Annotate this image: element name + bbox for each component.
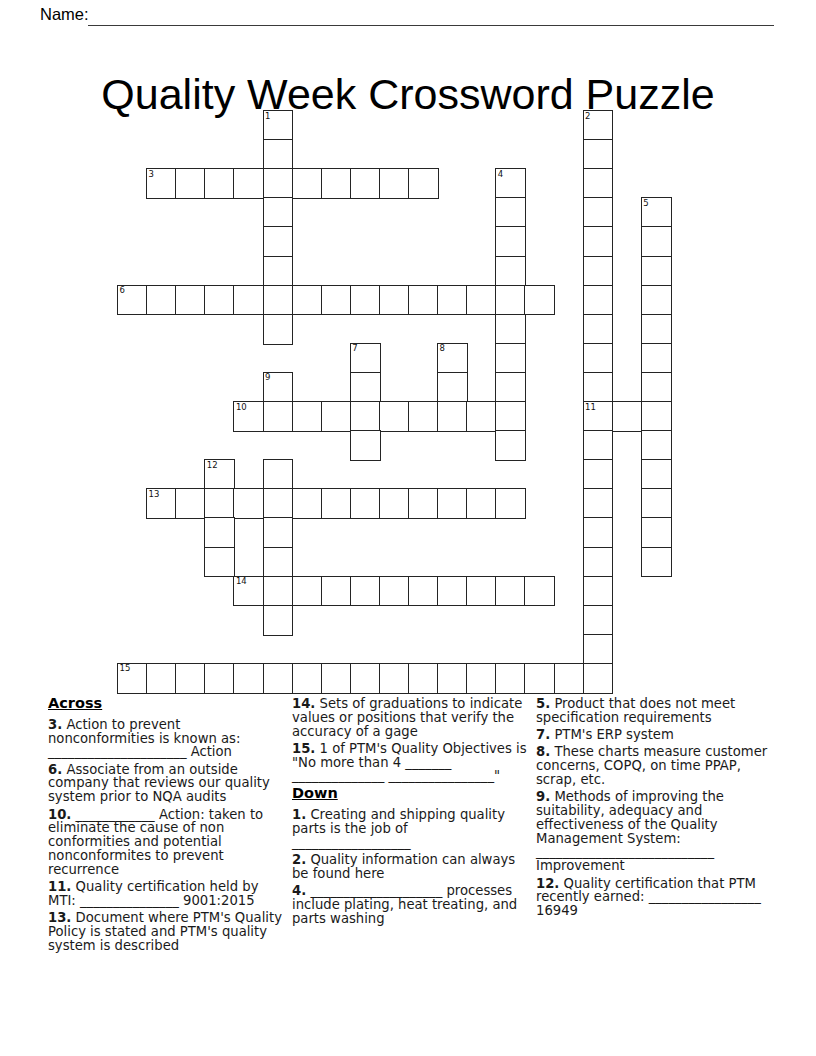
cell-r16-c12[interactable] xyxy=(466,576,497,607)
cell-r16-c5[interactable] xyxy=(263,576,294,607)
cell-r6-c1[interactable] xyxy=(146,285,177,316)
cell-r2-c9[interactable] xyxy=(379,168,410,199)
crossword-grid: 123456789101112131415 xyxy=(117,110,673,695)
clue-column-2: 14. Sets of graduations to indicate valu… xyxy=(292,697,528,956)
cell-r10-c12[interactable] xyxy=(466,401,497,432)
cell-r14-c5[interactable] xyxy=(263,517,294,548)
cell-number-8: 8 xyxy=(440,343,445,353)
cell-r6-c0[interactable]: 6 xyxy=(117,285,148,316)
cell-r13-c11[interactable] xyxy=(437,488,468,519)
cell-r11-c8[interactable] xyxy=(350,430,381,461)
cell-r19-c10[interactable] xyxy=(408,663,439,694)
cell-r18-c16[interactable] xyxy=(583,634,614,665)
cell-r13-c6[interactable] xyxy=(292,488,323,519)
cell-r12-c16[interactable] xyxy=(583,459,614,490)
cell-r14-c16[interactable] xyxy=(583,517,614,548)
cell-r10-c16[interactable]: 11 xyxy=(583,401,614,432)
cell-number-6: 6 xyxy=(120,285,125,295)
cell-r1-c16[interactable] xyxy=(583,139,614,170)
cell-r10-c9[interactable] xyxy=(379,401,410,432)
cell-number-13: 13 xyxy=(149,489,160,499)
cell-r9-c18[interactable] xyxy=(641,372,672,403)
cell-r6-c13[interactable] xyxy=(495,285,526,316)
clue-down-2: 2. Quality information can always be fou… xyxy=(292,853,528,881)
cell-r19-c16[interactable] xyxy=(583,663,614,694)
cell-r3-c13[interactable] xyxy=(495,197,526,228)
cell-number-14: 14 xyxy=(236,576,247,586)
cell-number-2: 2 xyxy=(585,111,590,121)
cell-r4-c5[interactable] xyxy=(263,226,294,257)
cell-r0-c5[interactable]: 1 xyxy=(263,110,294,141)
cell-number-5: 5 xyxy=(643,198,648,208)
cell-number-7: 7 xyxy=(352,343,357,353)
cell-r7-c18[interactable] xyxy=(641,314,672,345)
cell-r11-c13[interactable] xyxy=(495,430,526,461)
cell-r10-c18[interactable] xyxy=(641,401,672,432)
cell-r6-c12[interactable] xyxy=(466,285,497,316)
cell-r19-c2[interactable] xyxy=(175,663,206,694)
cell-r13-c1[interactable]: 13 xyxy=(146,488,177,519)
cell-r19-c6[interactable] xyxy=(292,663,323,694)
cell-r9-c13[interactable] xyxy=(495,372,526,403)
cell-r5-c16[interactable] xyxy=(583,256,614,287)
cell-r2-c4[interactable] xyxy=(233,168,264,199)
clue-section: Across 3. Action to prevent nonconformit… xyxy=(48,697,772,956)
cell-r14-c18[interactable] xyxy=(641,517,672,548)
cell-r13-c3[interactable] xyxy=(204,488,235,519)
cell-r16-c4[interactable]: 14 xyxy=(233,576,264,607)
cell-r10-c4[interactable]: 10 xyxy=(233,401,264,432)
cell-r16-c6[interactable] xyxy=(292,576,323,607)
cell-r3-c5[interactable] xyxy=(263,197,294,228)
clue-across-14: 14. Sets of graduations to indicate valu… xyxy=(292,697,528,738)
cell-r9-c8[interactable] xyxy=(350,372,381,403)
clue-down-1: 1. Creating and shipping quality parts i… xyxy=(292,808,528,849)
cell-r15-c18[interactable] xyxy=(641,547,672,578)
cell-r16-c10[interactable] xyxy=(408,576,439,607)
cell-r12-c18[interactable] xyxy=(641,459,672,490)
cell-r5-c13[interactable] xyxy=(495,256,526,287)
name-blank-line xyxy=(88,7,774,26)
clue-across-3: 3. Action to prevent nonconformities is … xyxy=(48,718,284,759)
cell-r6-c2[interactable] xyxy=(175,285,206,316)
clue-column-1: Across 3. Action to prevent nonconformit… xyxy=(48,697,284,956)
cell-r5-c5[interactable] xyxy=(263,256,294,287)
clue-across-15: 15. 1 of PTM's Quality Objectives is "No… xyxy=(292,742,528,783)
cell-r11-c16[interactable] xyxy=(583,430,614,461)
cell-r13-c13[interactable] xyxy=(495,488,526,519)
cell-r6-c11[interactable] xyxy=(437,285,468,316)
cell-r4-c18[interactable] xyxy=(641,226,672,257)
cell-r15-c16[interactable] xyxy=(583,547,614,578)
cell-r2-c3[interactable] xyxy=(204,168,235,199)
cell-r19-c11[interactable] xyxy=(437,663,468,694)
cell-r10-c13[interactable] xyxy=(495,401,526,432)
clue-down-5: 5. Product that does not meet specificat… xyxy=(536,697,772,725)
cell-r19-c4[interactable] xyxy=(233,663,264,694)
cell-r13-c4[interactable] xyxy=(233,488,264,519)
cell-r2-c7[interactable] xyxy=(321,168,352,199)
clue-down-7: 7. PTM's ERP system xyxy=(536,728,772,742)
cell-r8-c11[interactable]: 8 xyxy=(437,343,468,374)
cell-r19-c7[interactable] xyxy=(321,663,352,694)
cell-number-11: 11 xyxy=(585,402,596,412)
cell-r6-c5[interactable] xyxy=(263,285,294,316)
cell-number-10: 10 xyxy=(236,402,247,412)
cell-r6-c16[interactable] xyxy=(583,285,614,316)
cell-r10-c5[interactable] xyxy=(263,401,294,432)
cell-r10-c10[interactable] xyxy=(408,401,439,432)
cell-number-1: 1 xyxy=(265,111,270,121)
cell-r13-c10[interactable] xyxy=(408,488,439,519)
clue-across-6: 6. Associate from an outside company tha… xyxy=(48,763,284,804)
cell-r10-c8[interactable] xyxy=(350,401,381,432)
cell-r9-c11[interactable] xyxy=(437,372,468,403)
cell-number-15: 15 xyxy=(120,663,131,673)
cell-r15-c5[interactable] xyxy=(263,547,294,578)
clue-down-12: 12. Quality certification that PTM recen… xyxy=(536,877,772,918)
cell-r6-c10[interactable] xyxy=(408,285,439,316)
cell-r2-c6[interactable] xyxy=(292,168,323,199)
cell-r10-c6[interactable] xyxy=(292,401,323,432)
cell-r17-c16[interactable] xyxy=(583,605,614,636)
cell-r2-c10[interactable] xyxy=(408,168,439,199)
down-header: Down xyxy=(292,787,528,801)
cell-r10-c7[interactable] xyxy=(321,401,352,432)
cell-r16-c7[interactable] xyxy=(321,576,352,607)
cell-r13-c18[interactable] xyxy=(641,488,672,519)
name-label: Name: xyxy=(40,5,89,24)
cell-r19-c8[interactable] xyxy=(350,663,381,694)
cell-r19-c3[interactable] xyxy=(204,663,235,694)
cell-r10-c11[interactable] xyxy=(437,401,468,432)
cell-r6-c14[interactable] xyxy=(524,285,555,316)
cell-r6-c4[interactable] xyxy=(233,285,264,316)
cell-r9-c5[interactable]: 9 xyxy=(263,372,294,403)
clue-across-10: 10. ____________ Action: taken to elimin… xyxy=(48,808,284,877)
cell-r16-c13[interactable] xyxy=(495,576,526,607)
cell-r6-c8[interactable] xyxy=(350,285,381,316)
cell-r9-c16[interactable] xyxy=(583,372,614,403)
cell-r6-c7[interactable] xyxy=(321,285,352,316)
clue-across-11: 11. Quality certification held by MTI: _… xyxy=(48,880,284,908)
cell-number-12: 12 xyxy=(207,460,218,470)
cell-r10-c17[interactable] xyxy=(612,401,643,432)
cell-r7-c5[interactable] xyxy=(263,314,294,345)
across-header: Across xyxy=(48,697,284,711)
cell-r17-c5[interactable] xyxy=(263,605,294,636)
cell-r19-c1[interactable] xyxy=(146,663,177,694)
cell-r16-c11[interactable] xyxy=(437,576,468,607)
cell-r2-c5[interactable] xyxy=(263,168,294,199)
cell-number-3: 3 xyxy=(149,169,154,179)
cell-r8-c18[interactable] xyxy=(641,343,672,374)
clue-column-3: 5. Product that does not meet specificat… xyxy=(536,697,772,956)
cell-r8-c16[interactable] xyxy=(583,343,614,374)
cell-r13-c2[interactable] xyxy=(175,488,206,519)
cell-r8-c13[interactable] xyxy=(495,343,526,374)
cell-number-9: 9 xyxy=(265,372,270,382)
clue-group-down-1: 1. Creating and shipping quality parts i… xyxy=(292,808,528,925)
cell-number-4: 4 xyxy=(498,169,503,179)
cell-r13-c12[interactable] xyxy=(466,488,497,519)
clue-down-9: 9. Methods of improving the suitability,… xyxy=(536,790,772,873)
cell-r19-c9[interactable] xyxy=(379,663,410,694)
cell-r2-c16[interactable] xyxy=(583,168,614,199)
cell-r3-c16[interactable] xyxy=(583,197,614,228)
cell-r1-c5[interactable] xyxy=(263,139,294,170)
clue-group-down-2: 5. Product that does not meet specificat… xyxy=(536,697,772,918)
cell-r19-c0[interactable]: 15 xyxy=(117,663,148,694)
cell-r3-c18[interactable]: 5 xyxy=(641,197,672,228)
cell-r2-c8[interactable] xyxy=(350,168,381,199)
cell-r4-c13[interactable] xyxy=(495,226,526,257)
cell-r19-c12[interactable] xyxy=(466,663,497,694)
cell-r14-c3[interactable] xyxy=(204,517,235,548)
cell-r19-c5[interactable] xyxy=(263,663,294,694)
cell-r0-c16[interactable]: 2 xyxy=(583,110,614,141)
clue-down-4: 4. ____________________ processes includ… xyxy=(292,884,528,925)
cell-r8-c8[interactable]: 7 xyxy=(350,343,381,374)
clue-across-13: 13. Document where PTM's Quality Policy … xyxy=(48,911,284,952)
cell-r6-c3[interactable] xyxy=(204,285,235,316)
cell-r19-c13[interactable] xyxy=(495,663,526,694)
cell-r6-c9[interactable] xyxy=(379,285,410,316)
cell-r12-c5[interactable] xyxy=(263,459,294,490)
cell-r13-c5[interactable] xyxy=(263,488,294,519)
cell-r19-c15[interactable] xyxy=(554,663,585,694)
cell-r12-c3[interactable]: 12 xyxy=(204,459,235,490)
cell-r13-c7[interactable] xyxy=(321,488,352,519)
cell-r4-c16[interactable] xyxy=(583,226,614,257)
cell-r13-c9[interactable] xyxy=(379,488,410,519)
cell-r6-c6[interactable] xyxy=(292,285,323,316)
clue-group-across-1: 3. Action to prevent nonconformities is … xyxy=(48,718,284,953)
cell-r11-c18[interactable] xyxy=(641,430,672,461)
cell-r15-c3[interactable] xyxy=(204,547,235,578)
cell-r5-c18[interactable] xyxy=(641,256,672,287)
cell-r16-c9[interactable] xyxy=(379,576,410,607)
cell-r13-c16[interactable] xyxy=(583,488,614,519)
cell-r13-c8[interactable] xyxy=(350,488,381,519)
cell-r7-c13[interactable] xyxy=(495,314,526,345)
clue-down-8: 8. These charts measure customer concern… xyxy=(536,745,772,786)
cell-r2-c2[interactable] xyxy=(175,168,206,199)
cell-r16-c8[interactable] xyxy=(350,576,381,607)
clue-group-across-2: 14. Sets of graduations to indicate valu… xyxy=(292,697,528,783)
cell-r6-c18[interactable] xyxy=(641,285,672,316)
cell-r7-c16[interactable] xyxy=(583,314,614,345)
cell-r16-c16[interactable] xyxy=(583,576,614,607)
cell-r2-c13[interactable]: 4 xyxy=(495,168,526,199)
cell-r2-c1[interactable]: 3 xyxy=(146,168,177,199)
cell-r19-c14[interactable] xyxy=(524,663,555,694)
cell-r16-c14[interactable] xyxy=(524,576,555,607)
